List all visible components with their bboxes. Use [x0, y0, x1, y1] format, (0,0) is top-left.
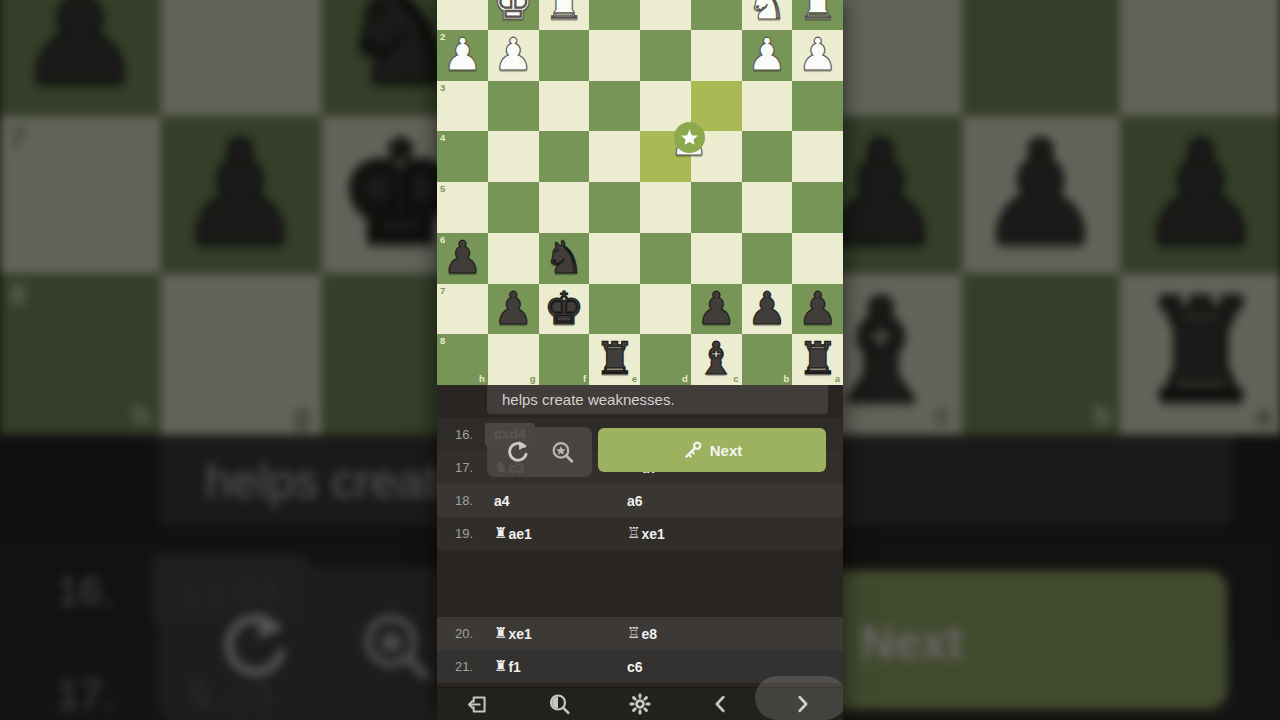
square-a4[interactable] — [792, 131, 843, 182]
rank-label-3: 3 — [440, 83, 445, 93]
square-d7[interactable] — [640, 284, 691, 335]
square-b5[interactable] — [742, 182, 793, 233]
square-a2[interactable]: ♟ — [792, 30, 843, 81]
square-g3[interactable] — [488, 81, 539, 132]
exit-button[interactable] — [437, 688, 518, 720]
square-g4[interactable] — [488, 131, 539, 182]
next-button[interactable]: Next — [598, 428, 826, 472]
file-label-f: f — [583, 374, 586, 384]
file-label-b: b — [783, 374, 789, 384]
figurine: ♜ — [494, 659, 507, 674]
square-f5[interactable] — [539, 182, 590, 233]
black-king-f7[interactable]: ♚ — [544, 284, 584, 335]
square-h3[interactable]: 3 — [437, 81, 488, 132]
white-rook-a1[interactable]: ♜ — [797, 0, 837, 30]
exit-door-arrow-icon — [466, 693, 489, 716]
square-h8[interactable]: 8h — [437, 334, 488, 385]
next-button-label: Next — [710, 442, 743, 459]
black-pawn-a7[interactable]: ♟ — [797, 284, 837, 335]
starred-pawn-d4[interactable]: ♟ — [663, 112, 715, 168]
square-h6[interactable]: 6♟ — [437, 233, 488, 284]
move-san: a6 — [627, 494, 643, 508]
magnifier-analysis-icon — [547, 692, 571, 716]
move-21-black[interactable]: c6 — [627, 660, 843, 674]
square-d6[interactable] — [640, 233, 691, 284]
move-san: e8 — [641, 627, 657, 641]
square-e2[interactable] — [589, 30, 640, 81]
square-c8[interactable]: c♝ — [691, 334, 742, 385]
move-number: 21. — [437, 659, 494, 674]
video-frame: 1♚♜♞♜2♟♟♟♟3456♟♞7♟♚♟♟♟8hgfe♜dc♝ba♜ ♟ hel… — [0, 0, 1280, 720]
square-a8[interactable]: a♜ — [792, 334, 843, 385]
square-e5[interactable] — [589, 182, 640, 233]
move-tools-popup — [487, 427, 592, 477]
black-pawn-b7[interactable]: ♟ — [747, 284, 787, 335]
square-e6[interactable] — [589, 233, 640, 284]
move-san: xe1 — [508, 627, 531, 641]
square-g1[interactable]: ♚ — [488, 0, 539, 30]
square-f8[interactable]: f — [539, 334, 590, 385]
move-19-white[interactable]: ♜ae1 — [494, 526, 627, 541]
move-san: a4 — [494, 494, 510, 508]
move-san: ae1 — [508, 527, 531, 541]
figurine: ♖ — [627, 526, 640, 541]
square-b7[interactable]: ♟ — [742, 284, 793, 335]
square-f1[interactable]: ♜ — [539, 0, 590, 30]
square-a5[interactable] — [792, 182, 843, 233]
white-pawn-h2[interactable]: ♟ — [442, 30, 482, 81]
move-san: c6 — [627, 660, 643, 674]
white-knight-b1[interactable]: ♞ — [747, 0, 787, 30]
move-row-18: 18.a4a6 — [437, 484, 843, 517]
square-c1[interactable] — [691, 0, 742, 30]
square-b4[interactable] — [742, 131, 793, 182]
rank-label-8: 8 — [440, 336, 445, 346]
chevron-right-icon — [791, 693, 813, 715]
square-g5[interactable] — [488, 182, 539, 233]
black-knight-f6[interactable]: ♞ — [544, 233, 584, 284]
square-a6[interactable] — [792, 233, 843, 284]
square-e7[interactable] — [589, 284, 640, 335]
black-rook-a8[interactable]: ♜ — [797, 334, 837, 385]
move-19-black[interactable]: ♖xe1 — [627, 526, 843, 541]
move-number: 18. — [437, 493, 494, 508]
puzzle-star-badge — [674, 122, 705, 153]
square-e4[interactable] — [589, 131, 640, 182]
file-label-c: c — [733, 374, 738, 384]
square-f6[interactable]: ♞ — [539, 233, 590, 284]
square-g2[interactable]: ♟ — [488, 30, 539, 81]
square-g7[interactable]: ♟ — [488, 284, 539, 335]
square-b2[interactable]: ♟ — [742, 30, 793, 81]
hint-button[interactable] — [547, 437, 577, 467]
move-san: xe1 — [641, 527, 664, 541]
chess-app-column: 1♚♜♞♜2♟♟♟♟3456♟♞7♟♚♟♟♟8hgfe♜dc♝ba♜ ♟ hel… — [437, 0, 843, 720]
square-c2[interactable] — [691, 30, 742, 81]
square-c5[interactable] — [691, 182, 742, 233]
square-e3[interactable] — [589, 81, 640, 132]
square-b3[interactable] — [742, 81, 793, 132]
file-label-h: h — [479, 374, 485, 384]
move-18-white[interactable]: a4 — [494, 494, 627, 508]
move-21-white[interactable]: ♜f1 — [494, 659, 627, 674]
prev-move-button[interactable] — [681, 688, 762, 720]
rank-label-4: 4 — [440, 133, 445, 143]
analysis-button[interactable] — [518, 688, 599, 720]
rank-label-5: 5 — [440, 184, 445, 194]
file-label-e: e — [632, 374, 637, 384]
square-d8[interactable]: d — [640, 334, 691, 385]
black-pawn-c7[interactable]: ♟ — [696, 284, 736, 335]
square-h2[interactable]: 2♟ — [437, 30, 488, 81]
retry-button[interactable] — [502, 437, 532, 467]
coach-comment-text: helps create weaknesses. — [502, 392, 675, 407]
move-row-19: 19.♜ae1♖xe1 — [437, 517, 843, 550]
circular-arrow-icon — [504, 439, 531, 466]
figurine: ♖ — [627, 626, 640, 641]
file-label-d: d — [682, 374, 688, 384]
square-c7[interactable]: ♟ — [691, 284, 742, 335]
move-number: 17. — [437, 460, 494, 475]
square-d2[interactable] — [640, 30, 691, 81]
square-b8[interactable]: b — [742, 334, 793, 385]
square-f2[interactable] — [539, 30, 590, 81]
chevron-left-icon — [710, 693, 732, 715]
square-a3[interactable] — [792, 81, 843, 132]
white-pawn-g2[interactable]: ♟ — [493, 30, 533, 81]
gear-icon — [629, 693, 651, 715]
square-d1[interactable] — [640, 0, 691, 30]
square-g8[interactable]: g — [488, 334, 539, 385]
next-move-button[interactable] — [762, 688, 843, 720]
black-bishop-c8[interactable]: ♝ — [696, 334, 736, 385]
move-row-20: 20.♜xe1♖e8 — [437, 617, 843, 650]
square-g6[interactable] — [488, 233, 539, 284]
figurine: ♜ — [494, 526, 507, 541]
black-pawn-h6[interactable]: ♟ — [442, 233, 482, 284]
key-icon — [682, 439, 704, 461]
square-b6[interactable] — [742, 233, 793, 284]
square-d5[interactable] — [640, 182, 691, 233]
move-18-black[interactable]: a6 — [627, 494, 843, 508]
move-number: 20. — [437, 626, 494, 641]
square-h7[interactable]: 7 — [437, 284, 488, 335]
square-f4[interactable] — [539, 131, 590, 182]
chess-board[interactable]: 1♚♜♞♜2♟♟♟♟3456♟♞7♟♚♟♟♟8hgfe♜dc♝ba♜ — [437, 0, 843, 385]
figurine: ♜ — [494, 626, 507, 641]
move-san: f1 — [508, 660, 520, 674]
square-h4[interactable]: 4 — [437, 131, 488, 182]
square-c6[interactable] — [691, 233, 742, 284]
square-e1[interactable] — [589, 0, 640, 30]
rank-label-6: 6 — [440, 235, 445, 245]
white-rook-f1[interactable]: ♜ — [544, 0, 584, 30]
settings-button[interactable] — [599, 688, 680, 720]
square-h5[interactable]: 5 — [437, 182, 488, 233]
square-f3[interactable] — [539, 81, 590, 132]
white-king-g1[interactable]: ♚ — [493, 0, 533, 30]
white-pawn-a2[interactable]: ♟ — [797, 30, 837, 81]
file-label-a: a — [835, 374, 840, 384]
move-number: 19. — [437, 526, 494, 541]
square-f7[interactable]: ♚ — [539, 284, 590, 335]
black-rook-e8[interactable]: ♜ — [594, 334, 634, 385]
square-b1[interactable]: ♞ — [742, 0, 793, 30]
square-a1[interactable]: ♜ — [792, 0, 843, 30]
rank-label-7: 7 — [440, 286, 445, 296]
bottom-nav-bar — [437, 687, 843, 720]
square-a7[interactable]: ♟ — [792, 284, 843, 335]
square-e8[interactable]: e♜ — [589, 334, 640, 385]
move-20-white[interactable]: ♜xe1 — [494, 626, 627, 641]
file-label-g: g — [530, 374, 536, 384]
black-pawn-g7[interactable]: ♟ — [493, 284, 533, 335]
rank-label-2: 2 — [440, 32, 445, 42]
magnifier-star-icon — [549, 439, 576, 466]
move-20-black[interactable]: ♖e8 — [627, 626, 843, 641]
square-h1[interactable]: 1 — [437, 0, 488, 30]
white-pawn-b2[interactable]: ♟ — [747, 30, 787, 81]
